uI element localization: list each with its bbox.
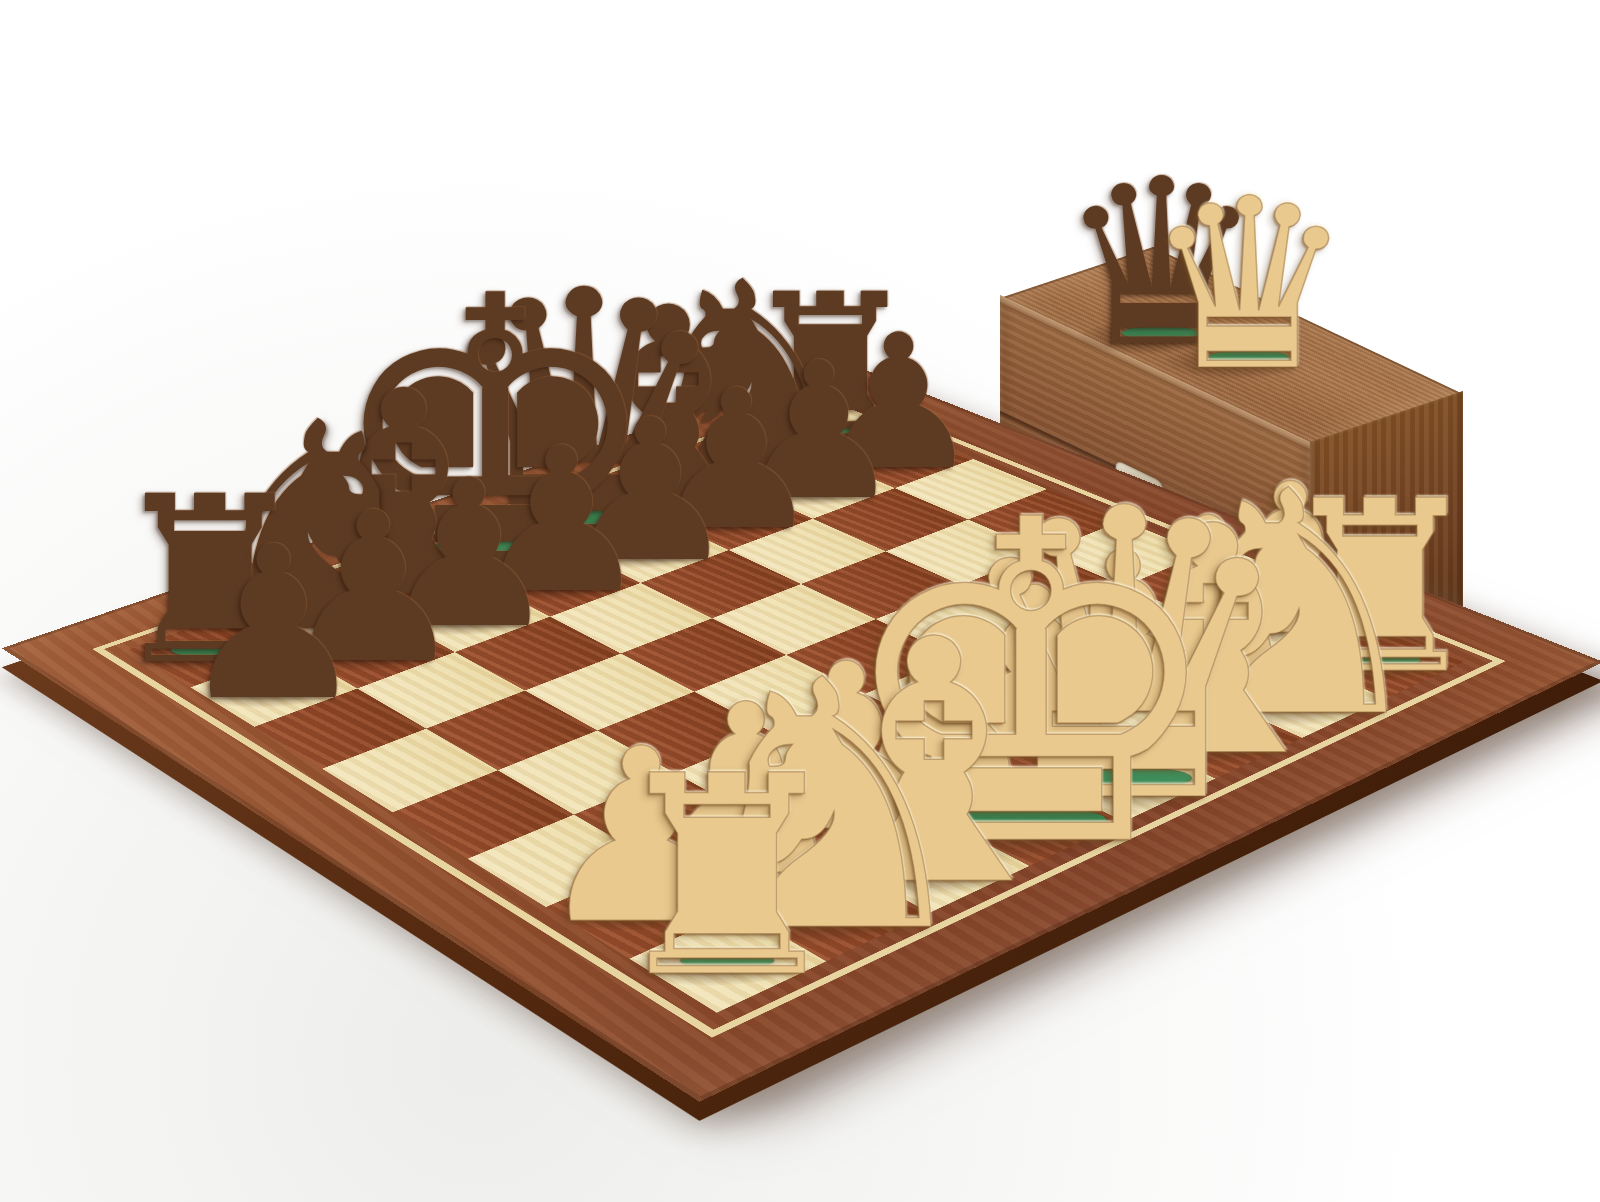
black-pawn-glyph: ♟ bbox=[178, 519, 368, 730]
white-rook-glyph: ♜ bbox=[604, 740, 851, 1015]
chess-set-scene: ♜♞♝♛♚♝♞♜♟♟♟♟♟♟♟♟♟♟♟♟♟♟♟♟♜♞♝♛♚♝♞♜♛♛ bbox=[0, 0, 1600, 1202]
white-queen-glyph: ♛ bbox=[1143, 168, 1355, 404]
